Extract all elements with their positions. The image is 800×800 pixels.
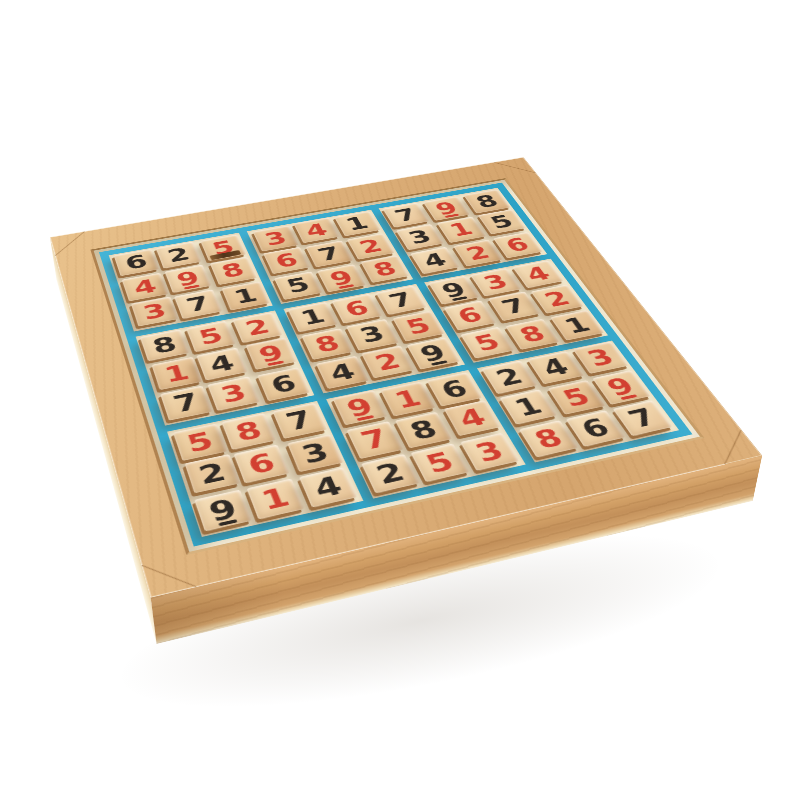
tile-r6c5[interactable]: 2: [361, 345, 414, 378]
cell-r7c3: 7: [270, 404, 328, 442]
tile-digit: 1: [446, 220, 476, 239]
cell-r9c4: 2: [360, 454, 422, 495]
tile-r7c2[interactable]: 8: [222, 413, 277, 450]
tile-r8c7[interactable]: 1: [500, 389, 558, 425]
tile-r6c9[interactable]: 1: [550, 310, 604, 341]
tile-digit: 1: [343, 214, 372, 233]
sudoku-board-box: 6254983713416725987983154268521497361678…: [50, 157, 762, 597]
tile-r2c9[interactable]: 5: [478, 209, 526, 234]
tile-digit: 4: [131, 277, 159, 298]
tile-digit: 6: [267, 371, 299, 396]
cell-r5c3: 9: [243, 339, 297, 373]
tile-r3c9[interactable]: 6: [493, 232, 543, 258]
cell-r3c6: 8: [358, 256, 410, 285]
cell-r9c2: 1: [246, 479, 307, 522]
tile-digit: 4: [303, 221, 331, 240]
tile-digit: 1: [391, 386, 425, 412]
cell-r9c9: 7: [612, 400, 675, 438]
tile-r5c1[interactable]: 1: [152, 357, 203, 390]
tile-r3c7[interactable]: 4: [410, 247, 460, 274]
tile-r2c3[interactable]: 8: [210, 257, 257, 285]
tile-digit: 9: [432, 199, 461, 217]
tile-digit: 4: [538, 355, 573, 379]
tile-r1c5[interactable]: 4: [294, 217, 340, 243]
cell-r8c9: 9: [591, 371, 652, 407]
tile-r1c6[interactable]: 1: [334, 211, 381, 236]
tile-r6c3[interactable]: 6: [257, 367, 310, 401]
tile-digit: 3: [141, 300, 169, 322]
tile-digit: 6: [123, 252, 150, 272]
cell-r3c1: 3: [128, 298, 178, 330]
tile-digit: 2: [242, 316, 273, 339]
cell-r8c3: 3: [284, 435, 343, 475]
tile-digit: 7: [623, 405, 661, 432]
tile-r4c6[interactable]: 7: [375, 286, 426, 316]
box-6: 934672581: [424, 259, 608, 363]
tile-r8c9[interactable]: 9: [592, 370, 650, 404]
cell-r8c6: 4: [441, 402, 501, 440]
tile-r8c4[interactable]: 7: [347, 421, 404, 458]
tile-digit: 2: [492, 365, 527, 390]
cell-r6c1: 7: [158, 386, 213, 423]
tile-r9c4[interactable]: 2: [361, 454, 420, 494]
tile-r9c8[interactable]: 6: [566, 410, 626, 447]
tile-digit: 9: [255, 342, 286, 366]
tile-digit: 3: [356, 323, 388, 346]
frame-mitre-joint: [494, 157, 536, 178]
perspective-wrapper: 6254983713416725987983154268521497361678…: [92, 56, 652, 616]
tile-r8c8[interactable]: 5: [548, 380, 606, 415]
tile-digit: 4: [207, 352, 238, 376]
tile-digit: 7: [170, 390, 201, 416]
box-8: 916784253: [326, 370, 526, 499]
tile-r5c6[interactable]: 5: [392, 311, 444, 342]
tile-digit: 2: [372, 350, 405, 374]
tile-r4c4[interactable]: 1: [288, 302, 339, 332]
cell-r9c1: 9: [193, 490, 254, 534]
tile-digit: 6: [272, 251, 301, 271]
tile-digit: 8: [150, 333, 180, 357]
cell-r4c1: 8: [139, 330, 191, 363]
cell-r6c9: 1: [547, 310, 604, 342]
tile-digit: 8: [370, 259, 400, 279]
tile-digit: 6: [437, 377, 472, 402]
tile-digit: 4: [454, 405, 490, 432]
cell-r5c5: 3: [345, 320, 400, 353]
tile-r1c3[interactable]: 5: [200, 235, 246, 262]
tile-r7c8[interactable]: 4: [528, 351, 584, 384]
tile-digit: 1: [258, 483, 293, 513]
tile-digit: 6: [454, 304, 487, 326]
tile-digit: 4: [419, 250, 450, 270]
tile-digit: 9: [343, 395, 377, 421]
tile-digit: 8: [311, 332, 343, 356]
tile-digit: 9: [416, 341, 449, 365]
tile-digit: 5: [196, 325, 226, 348]
tile-r7c1[interactable]: 5: [173, 424, 227, 462]
cell-r8c1: 2: [182, 456, 241, 498]
frame-mitre-joint: [50, 231, 90, 255]
tile-digit: 6: [245, 450, 279, 479]
tile-digit: 7: [357, 426, 392, 454]
tile-r5c2[interactable]: 4: [197, 348, 248, 381]
tile-r2c7[interactable]: 3: [396, 224, 444, 250]
tile-digit: 3: [583, 346, 619, 370]
cell-r6c6: 9: [405, 338, 461, 372]
tile-digit: 9: [603, 375, 640, 400]
board-frame-top: 6254983713416725987983154268521497361678…: [50, 157, 762, 597]
tile-r5c4[interactable]: 8: [302, 328, 354, 360]
tile-digit: 6: [342, 298, 373, 320]
tile-r9c3[interactable]: 4: [298, 467, 357, 507]
cell-r6c5: 2: [359, 347, 415, 381]
tile-digit: 4: [522, 264, 554, 285]
tile-digit: 3: [298, 439, 332, 467]
cell-r3c3: 1: [218, 281, 269, 312]
tile-digit: 9: [174, 268, 202, 289]
tile-r5c5[interactable]: 3: [346, 319, 398, 350]
tile-r6c6[interactable]: 9: [406, 337, 460, 369]
cell-r4c3: 2: [232, 313, 285, 345]
tile-digit: 7: [391, 206, 420, 225]
tile-r9c7[interactable]: 8: [519, 420, 579, 457]
cell-r9c5: 5: [410, 444, 472, 485]
cell-r8c5: 8: [393, 412, 453, 451]
tile-r7c9[interactable]: 3: [572, 342, 628, 374]
tile-digit: 8: [406, 417, 442, 444]
tile-digit: 1: [231, 285, 260, 306]
tile-digit: 2: [372, 459, 408, 488]
tile-r8c3[interactable]: 3: [287, 435, 343, 473]
tile-digit: 8: [472, 192, 501, 210]
tile-r4c7[interactable]: 9: [428, 276, 479, 305]
tile-digit: 2: [463, 243, 494, 263]
tile-r5c9[interactable]: 2: [531, 285, 584, 314]
tile-r7c6[interactable]: 6: [426, 372, 482, 406]
tile-digit: 5: [559, 385, 595, 411]
tile-digit: 3: [218, 380, 250, 406]
tile-digit: 5: [184, 428, 217, 456]
tile-digit: 3: [405, 228, 435, 247]
tile-r6c4[interactable]: 4: [316, 356, 369, 389]
box-9: 243159867: [477, 341, 679, 463]
tile-r4c1[interactable]: 8: [140, 329, 190, 361]
cell-r7c7: 2: [481, 361, 540, 396]
tile-digit: 8: [219, 261, 248, 282]
cell-r7c1: 5: [171, 424, 228, 463]
tile-r7c4[interactable]: 9: [333, 390, 388, 425]
cell-r7c4: 9: [330, 391, 388, 428]
cell-r9c7: 8: [518, 420, 580, 459]
tile-digit: 1: [510, 394, 546, 420]
cell-r5c4: 8: [300, 328, 354, 361]
box-7: 587263914: [167, 401, 363, 537]
tile-digit: 3: [262, 229, 290, 248]
tile-digit: 2: [165, 245, 193, 265]
tile-digit: 5: [209, 238, 237, 258]
tile-digit: 4: [326, 360, 358, 385]
tile-digit: 2: [540, 288, 573, 310]
tile-r9c2[interactable]: 1: [247, 478, 305, 519]
tile-digit: 3: [480, 272, 512, 293]
cell-r4c2: 5: [186, 321, 238, 354]
tile-r3c2[interactable]: 7: [174, 289, 222, 319]
tile-digit: 8: [515, 322, 549, 345]
tile-r3c3[interactable]: 1: [221, 281, 269, 310]
cell-r7c9: 3: [570, 343, 629, 377]
tile-digit: 7: [184, 293, 213, 315]
sudoku-grid: 6254983713416725987983154268521497361678…: [109, 188, 679, 537]
cell-r5c6: 5: [389, 311, 444, 343]
cell-r6c2: 3: [207, 377, 262, 413]
tile-digit: 5: [487, 213, 517, 232]
cell-r7c2: 8: [221, 413, 278, 452]
tile-digit: 9: [327, 268, 357, 289]
tile-digit: 7: [498, 295, 531, 317]
tile-digit: 5: [283, 275, 313, 296]
cell-r5c2: 4: [196, 348, 250, 383]
tile-r9c6[interactable]: 3: [460, 433, 519, 471]
cell-r9c8: 6: [565, 410, 628, 449]
product-photo-scene: 6254983713416725987983154268521497361678…: [0, 0, 800, 800]
tile-r9c5[interactable]: 5: [411, 443, 470, 482]
tile-r4c2[interactable]: 5: [186, 321, 236, 352]
tile-digit: 4: [310, 472, 346, 502]
tile-digit: 6: [502, 235, 533, 255]
tile-digit: 1: [162, 361, 192, 386]
cell-r7c5: 1: [378, 382, 436, 419]
cell-r6c3: 6: [255, 367, 311, 403]
tile-r3c5[interactable]: 9: [317, 264, 366, 292]
tile-digit: 5: [422, 448, 459, 477]
tile-r7c7[interactable]: 2: [481, 360, 537, 394]
tile-r9c1[interactable]: 9: [194, 489, 252, 531]
cell-r3c2: 7: [174, 290, 225, 321]
tile-r8c1[interactable]: 2: [185, 454, 241, 493]
tile-r1c1[interactable]: 6: [114, 249, 160, 276]
tile-digit: 1: [297, 306, 328, 328]
cell-r7c8: 4: [526, 352, 585, 387]
tile-r4c5[interactable]: 6: [332, 294, 383, 324]
cell-r9c3: 4: [298, 468, 359, 510]
tile-digit: 7: [283, 407, 316, 434]
tile-digit: 9: [205, 495, 240, 526]
tile-r1c2[interactable]: 2: [156, 242, 202, 269]
tile-digit: 3: [471, 437, 508, 465]
tile-r2c4[interactable]: 6: [263, 247, 310, 274]
tile-r8c2[interactable]: 6: [234, 445, 291, 484]
tile-digit: 1: [560, 314, 594, 337]
box-4: 852149736: [136, 310, 315, 425]
tile-digit: 6: [577, 415, 615, 442]
tile-r9c9[interactable]: 7: [612, 400, 672, 436]
tile-r4c3[interactable]: 2: [232, 312, 282, 343]
tile-digit: 5: [402, 315, 434, 338]
tile-digit: 9: [438, 279, 470, 300]
cell-r8c7: 1: [499, 390, 560, 427]
tile-r5c3[interactable]: 9: [245, 338, 296, 370]
tile-r3c4[interactable]: 5: [274, 271, 323, 300]
tile-digit: 5: [470, 331, 504, 354]
tile-digit: 8: [530, 425, 568, 453]
cell-r6c4: 4: [313, 356, 369, 391]
tile-r6c1[interactable]: 7: [160, 385, 212, 420]
tile-r7c3[interactable]: 7: [272, 403, 327, 439]
cell-r8c4: 7: [345, 422, 405, 461]
tile-r8c6[interactable]: 4: [444, 401, 501, 437]
cell-r8c8: 5: [545, 380, 606, 417]
cell-r3c4: 5: [272, 272, 323, 302]
cell-r7c6: 6: [424, 372, 482, 408]
tile-r2c5[interactable]: 7: [306, 241, 354, 268]
cell-r9c6: 3: [459, 433, 521, 473]
tile-digit: 7: [385, 289, 417, 311]
tile-r6c2[interactable]: 3: [208, 376, 261, 411]
tile-r7c5[interactable]: 1: [381, 382, 436, 417]
cell-r8c2: 6: [233, 445, 292, 486]
tile-r2c2[interactable]: 9: [165, 265, 212, 293]
tile-r1c7[interactable]: 7: [382, 203, 429, 228]
cell-r3c5: 9: [315, 264, 366, 294]
tile-digit: 8: [232, 418, 265, 445]
cell-r5c1: 1: [148, 357, 201, 392]
tile-digit: 2: [196, 459, 229, 488]
tile-digit: 7: [315, 244, 344, 264]
tile-r8c5[interactable]: 8: [395, 412, 452, 449]
tile-digit: 2: [356, 237, 386, 257]
